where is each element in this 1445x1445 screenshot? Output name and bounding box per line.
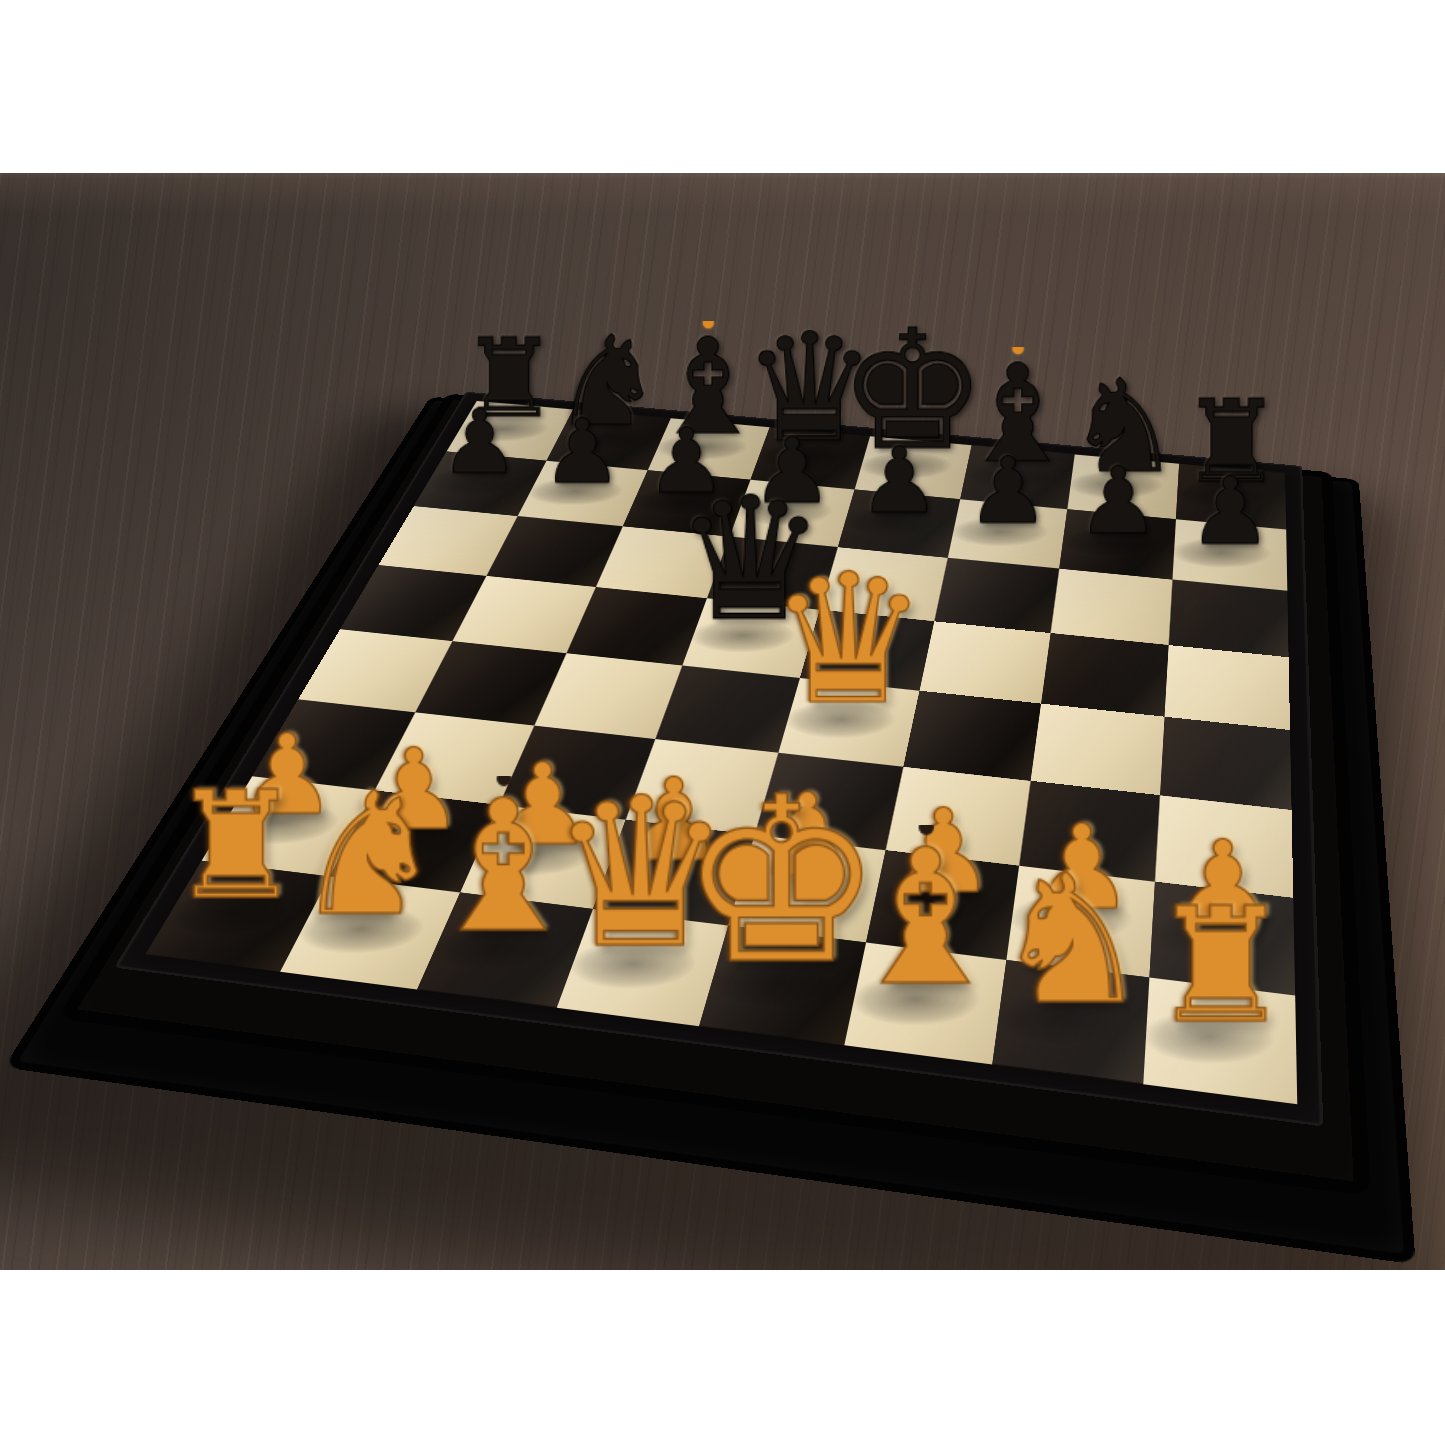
scene-3d: ♜♞♝♛♚♝♞♜♟♟♟♟♟♟♟♟♛♛♟♟♟♟♟♟♟♟♜♞♝♛♚♝♞♜	[0, 173, 1445, 1270]
square-f7[interactable]: ♟	[948, 499, 1068, 568]
piece-black-pawn-g7[interactable]: ♟	[1072, 455, 1164, 547]
white-bishop-finial-icon	[496, 771, 511, 786]
square-f5[interactable]	[920, 621, 1051, 703]
product-photo-canvas: ♜♞♝♛♚♝♞♜♟♟♟♟♟♟♟♟♛♛♟♟♟♟♟♟♟♟♜♞♝♛♚♝♞♜	[0, 0, 1445, 1445]
piece-black-pawn-h7[interactable]: ♟	[1184, 465, 1277, 558]
piece-black-pawn-f7[interactable]: ♟	[962, 445, 1054, 537]
piece-white-rook-h1[interactable]: ♜	[1141, 888, 1300, 1047]
square-c4[interactable]	[534, 653, 682, 739]
piece-white-queen-e4[interactable]: ♛	[759, 550, 938, 729]
black-bishop-finial-icon	[1012, 343, 1023, 354]
white-bishop-finial-icon	[918, 819, 933, 834]
square-f6[interactable]	[934, 558, 1059, 633]
square-a5[interactable]	[340, 565, 486, 641]
piece-black-pawn-b7[interactable]: ♟	[538, 407, 627, 496]
square-h6[interactable]	[1169, 580, 1289, 658]
square-h4[interactable]	[1160, 717, 1292, 810]
square-h7[interactable]: ♟	[1172, 519, 1287, 590]
piece-black-pawn-a7[interactable]: ♟	[435, 398, 524, 487]
table-surface: ♜♞♝♛♚♝♞♜♟♟♟♟♟♟♟♟♛♛♟♟♟♟♟♟♟♟♜♞♝♛♚♝♞♜	[0, 173, 1445, 1270]
square-g7[interactable]: ♟	[1059, 509, 1176, 579]
square-g4[interactable]	[1031, 704, 1165, 796]
piece-white-knight-g1[interactable]: ♞	[983, 851, 1161, 1029]
square-g5[interactable]	[1041, 633, 1169, 717]
square-h1[interactable]: ♜	[1143, 978, 1297, 1105]
square-g1[interactable]: ♞	[992, 960, 1149, 1084]
square-h5[interactable]	[1165, 645, 1291, 730]
square-g6[interactable]	[1051, 569, 1173, 646]
piece-black-pawn-e7[interactable]: ♟	[854, 435, 945, 526]
square-b4[interactable]	[415, 641, 566, 725]
black-bishop-finial-icon	[702, 317, 713, 328]
square-a7[interactable]: ♟	[414, 451, 547, 516]
